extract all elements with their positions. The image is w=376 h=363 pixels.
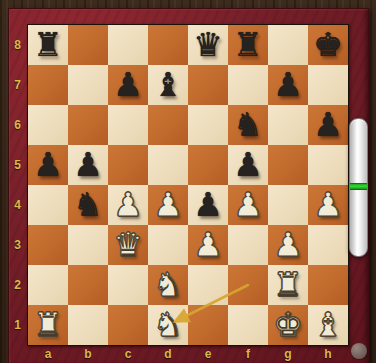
piece-white-pawn-d4[interactable]: ♟ [148,185,188,225]
piece-white-pawn-c4[interactable]: ♟ [108,185,148,225]
piece-white-king-g1[interactable]: ♚ [268,305,308,345]
square-e5[interactable] [188,145,228,185]
square-c5[interactable] [108,145,148,185]
piece-white-queen-c3[interactable]: ♛ [108,225,148,265]
piece-black-pawn-e4[interactable]: ♟ [188,185,228,225]
square-h5[interactable] [308,145,348,185]
square-d5[interactable] [148,145,188,185]
square-f4[interactable]: ♟ [228,185,268,225]
square-d6[interactable] [148,105,188,145]
square-g3[interactable]: ♟ [268,225,308,265]
square-a6[interactable] [28,105,68,145]
piece-white-rook-a1[interactable]: ♜ [28,305,68,345]
square-g8[interactable] [268,25,308,65]
rank-label-1: 1 [9,305,26,345]
square-a4[interactable] [28,185,68,225]
square-d7[interactable]: ♝ [148,65,188,105]
square-h1[interactable]: ♝ [308,305,348,345]
file-label-d: d [148,346,188,362]
file-label-e: e [188,346,228,362]
board: ♜♛♜♚♟♝♟♞♟♟♟♟♞♟♟♟♟♟♛♟♟♞♜♜♞♚♝ [27,24,349,346]
eval-slider-green-marker [350,183,367,190]
piece-black-pawn-a5[interactable]: ♟ [28,145,68,185]
square-d4[interactable]: ♟ [148,185,188,225]
square-g2[interactable]: ♜ [268,265,308,305]
square-a7[interactable] [28,65,68,105]
square-g7[interactable]: ♟ [268,65,308,105]
piece-black-bishop-d7[interactable]: ♝ [148,65,188,105]
square-d3[interactable] [148,225,188,265]
piece-white-pawn-e3[interactable]: ♟ [188,225,228,265]
square-e6[interactable] [188,105,228,145]
square-d1[interactable]: ♞ [148,305,188,345]
piece-black-king-h8[interactable]: ♚ [308,25,348,65]
square-a8[interactable]: ♜ [28,25,68,65]
piece-white-bishop-h1[interactable]: ♝ [308,305,348,345]
file-label-g: g [268,346,308,362]
square-c4[interactable]: ♟ [108,185,148,225]
square-h4[interactable]: ♟ [308,185,348,225]
piece-black-rook-a8[interactable]: ♜ [28,25,68,65]
page-background: { "game": "chess", "position": "r3qr1k/2… [0,0,376,363]
square-b1[interactable] [68,305,108,345]
square-c8[interactable] [108,25,148,65]
square-h6[interactable]: ♟ [308,105,348,145]
square-h2[interactable] [308,265,348,305]
square-h8[interactable]: ♚ [308,25,348,65]
rank-label-7: 7 [9,65,26,105]
square-e7[interactable] [188,65,228,105]
square-a5[interactable]: ♟ [28,145,68,185]
square-c1[interactable] [108,305,148,345]
square-f8[interactable]: ♜ [228,25,268,65]
square-b8[interactable] [68,25,108,65]
square-e1[interactable] [188,305,228,345]
piece-white-knight-d2[interactable]: ♞ [148,265,188,305]
piece-black-pawn-c7[interactable]: ♟ [108,65,148,105]
corner-control-dot[interactable] [351,343,367,359]
square-g6[interactable] [268,105,308,145]
square-b5[interactable]: ♟ [68,145,108,185]
file-label-a: a [28,346,68,362]
square-f5[interactable]: ♟ [228,145,268,185]
square-a3[interactable] [28,225,68,265]
square-c2[interactable] [108,265,148,305]
piece-white-knight-d1[interactable]: ♞ [148,305,188,345]
piece-black-pawn-h6[interactable]: ♟ [308,105,348,145]
rank-label-5: 5 [9,145,26,185]
square-g1[interactable]: ♚ [268,305,308,345]
square-c6[interactable] [108,105,148,145]
square-e2[interactable] [188,265,228,305]
square-c7[interactable]: ♟ [108,65,148,105]
rank-label-2: 2 [9,265,26,305]
rank-label-3: 3 [9,225,26,265]
square-g5[interactable] [268,145,308,185]
square-e4[interactable]: ♟ [188,185,228,225]
square-e3[interactable]: ♟ [188,225,228,265]
piece-white-pawn-g3[interactable]: ♟ [268,225,308,265]
square-g4[interactable] [268,185,308,225]
piece-white-pawn-h4[interactable]: ♟ [308,185,348,225]
piece-black-knight-f6[interactable]: ♞ [228,105,268,145]
square-d8[interactable] [148,25,188,65]
piece-white-rook-g2[interactable]: ♜ [268,265,308,305]
square-a1[interactable]: ♜ [28,305,68,345]
square-f3[interactable] [228,225,268,265]
square-a2[interactable] [28,265,68,305]
piece-black-pawn-f5[interactable]: ♟ [228,145,268,185]
piece-black-rook-f8[interactable]: ♜ [228,25,268,65]
piece-white-pawn-f4[interactable]: ♟ [228,185,268,225]
piece-black-pawn-b5[interactable]: ♟ [68,145,108,185]
square-f2[interactable] [228,265,268,305]
square-b2[interactable] [68,265,108,305]
square-f6[interactable]: ♞ [228,105,268,145]
square-b7[interactable] [68,65,108,105]
square-b3[interactable] [68,225,108,265]
square-f7[interactable] [228,65,268,105]
square-d2[interactable]: ♞ [148,265,188,305]
rank-label-8: 8 [9,25,26,65]
file-label-c: c [108,346,148,362]
file-label-f: f [228,346,268,362]
square-f1[interactable] [228,305,268,345]
file-label-b: b [68,346,108,362]
file-label-h: h [308,346,348,362]
piece-black-knight-b4[interactable]: ♞ [68,185,108,225]
rank-label-4: 4 [9,185,26,225]
square-b6[interactable] [68,105,108,145]
square-e8[interactable]: ♛ [188,25,228,65]
rank-label-6: 6 [9,105,26,145]
eval-slider-thumb[interactable] [349,118,368,257]
square-b4[interactable]: ♞ [68,185,108,225]
square-h7[interactable] [308,65,348,105]
square-h3[interactable] [308,225,348,265]
piece-black-pawn-g7[interactable]: ♟ [268,65,308,105]
square-c3[interactable]: ♛ [108,225,148,265]
piece-black-queen-e8[interactable]: ♛ [188,25,228,65]
